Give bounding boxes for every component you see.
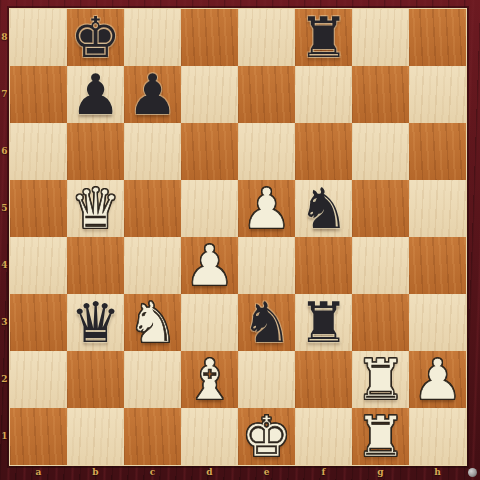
rank-label-2: 2	[0, 351, 9, 408]
square-e6[interactable]	[238, 123, 295, 180]
square-d3[interactable]	[181, 294, 238, 351]
rank-label-1: 1	[0, 408, 9, 465]
square-b7[interactable]: ♟	[67, 66, 124, 123]
rank-label-7: 7	[0, 66, 9, 123]
file-label-f: f	[295, 466, 352, 480]
square-g5[interactable]	[352, 180, 409, 237]
square-f4[interactable]	[295, 237, 352, 294]
rank-label-5: 5	[0, 180, 9, 237]
square-b5[interactable]: ♛	[67, 180, 124, 237]
square-b2[interactable]	[67, 351, 124, 408]
file-label-d: d	[181, 466, 238, 480]
square-f6[interactable]	[295, 123, 352, 180]
chess-board: ♚♜♟♟♛♟♞♟♛♞♞♜♝♜♟♚♜	[9, 8, 467, 466]
rank-label-6: 6	[0, 123, 9, 180]
white-rook[interactable]: ♜	[355, 351, 405, 408]
square-g1[interactable]: ♜	[352, 408, 409, 465]
white-queen[interactable]: ♛	[70, 180, 120, 237]
square-a1[interactable]	[10, 408, 67, 465]
square-c6[interactable]	[124, 123, 181, 180]
square-f8[interactable]: ♜	[295, 9, 352, 66]
black-pawn[interactable]: ♟	[70, 66, 120, 123]
black-queen[interactable]: ♛	[70, 294, 120, 351]
square-d2[interactable]: ♝	[181, 351, 238, 408]
square-a6[interactable]	[10, 123, 67, 180]
square-d5[interactable]	[181, 180, 238, 237]
rank-label-4: 4	[0, 237, 9, 294]
square-d7[interactable]	[181, 66, 238, 123]
square-e1[interactable]: ♚	[238, 408, 295, 465]
file-label-h: h	[409, 466, 466, 480]
board-frame: ♚♜♟♟♛♟♞♟♛♞♞♜♝♜♟♚♜ 87654321 abcdefgh	[0, 0, 480, 480]
square-h7[interactable]	[409, 66, 466, 123]
file-label-a: a	[10, 466, 67, 480]
square-a4[interactable]	[10, 237, 67, 294]
square-a8[interactable]	[10, 9, 67, 66]
black-knight[interactable]: ♞	[241, 294, 291, 351]
square-c5[interactable]	[124, 180, 181, 237]
square-b6[interactable]	[67, 123, 124, 180]
square-e5[interactable]: ♟	[238, 180, 295, 237]
square-h3[interactable]	[409, 294, 466, 351]
square-a7[interactable]	[10, 66, 67, 123]
black-knight[interactable]: ♞	[298, 180, 348, 237]
square-f3[interactable]: ♜	[295, 294, 352, 351]
corner-dot	[468, 468, 477, 477]
white-king[interactable]: ♚	[241, 408, 291, 465]
square-h1[interactable]	[409, 408, 466, 465]
square-b4[interactable]	[67, 237, 124, 294]
square-e3[interactable]: ♞	[238, 294, 295, 351]
file-label-e: e	[238, 466, 295, 480]
square-c7[interactable]: ♟	[124, 66, 181, 123]
square-b8[interactable]: ♚	[67, 9, 124, 66]
square-a3[interactable]	[10, 294, 67, 351]
rank-label-3: 3	[0, 294, 9, 351]
square-g2[interactable]: ♜	[352, 351, 409, 408]
square-e8[interactable]	[238, 9, 295, 66]
square-c8[interactable]	[124, 9, 181, 66]
square-d1[interactable]	[181, 408, 238, 465]
square-c2[interactable]	[124, 351, 181, 408]
square-b1[interactable]	[67, 408, 124, 465]
black-rook[interactable]: ♜	[298, 294, 348, 351]
white-knight[interactable]: ♞	[127, 294, 177, 351]
square-g6[interactable]	[352, 123, 409, 180]
square-e2[interactable]	[238, 351, 295, 408]
square-d4[interactable]: ♟	[181, 237, 238, 294]
white-pawn[interactable]: ♟	[412, 351, 462, 408]
square-a2[interactable]	[10, 351, 67, 408]
file-label-c: c	[124, 466, 181, 480]
square-f2[interactable]	[295, 351, 352, 408]
rank-label-8: 8	[0, 9, 9, 66]
black-pawn[interactable]: ♟	[127, 66, 177, 123]
square-h8[interactable]	[409, 9, 466, 66]
square-g8[interactable]	[352, 9, 409, 66]
square-h6[interactable]	[409, 123, 466, 180]
square-b3[interactable]: ♛	[67, 294, 124, 351]
square-a5[interactable]	[10, 180, 67, 237]
square-c4[interactable]	[124, 237, 181, 294]
square-f5[interactable]: ♞	[295, 180, 352, 237]
square-c3[interactable]: ♞	[124, 294, 181, 351]
white-rook[interactable]: ♜	[355, 408, 405, 465]
square-c1[interactable]	[124, 408, 181, 465]
square-g7[interactable]	[352, 66, 409, 123]
white-bishop[interactable]: ♝	[184, 351, 234, 408]
square-e7[interactable]	[238, 66, 295, 123]
square-f1[interactable]	[295, 408, 352, 465]
square-g4[interactable]	[352, 237, 409, 294]
square-g3[interactable]	[352, 294, 409, 351]
square-h5[interactable]	[409, 180, 466, 237]
white-pawn[interactable]: ♟	[241, 180, 291, 237]
white-pawn[interactable]: ♟	[184, 237, 234, 294]
file-label-g: g	[352, 466, 409, 480]
square-e4[interactable]	[238, 237, 295, 294]
black-king[interactable]: ♚	[70, 9, 120, 66]
square-h2[interactable]: ♟	[409, 351, 466, 408]
file-label-b: b	[67, 466, 124, 480]
square-d8[interactable]	[181, 9, 238, 66]
square-d6[interactable]	[181, 123, 238, 180]
square-h4[interactable]	[409, 237, 466, 294]
black-rook[interactable]: ♜	[298, 9, 348, 66]
square-f7[interactable]	[295, 66, 352, 123]
